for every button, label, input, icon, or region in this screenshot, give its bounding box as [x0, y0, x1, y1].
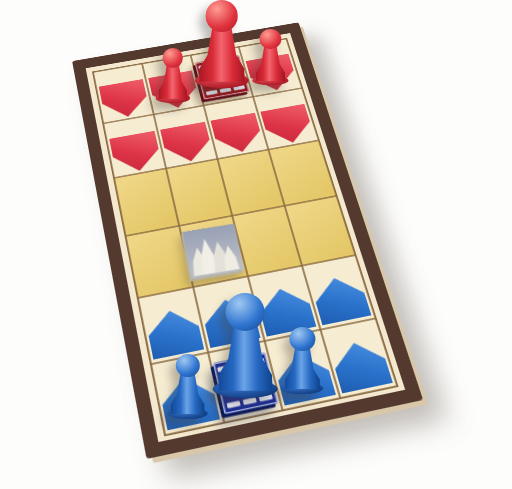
red-pawn[interactable] [253, 29, 288, 85]
red-pentagon-tile[interactable] [259, 103, 316, 147]
red-pentagon-tile[interactable] [108, 130, 163, 175]
blue-pentagon-tile[interactable] [328, 338, 394, 395]
red-pentagon-tile[interactable] [98, 78, 152, 121]
banner-mark [206, 90, 218, 96]
banner-mark [220, 87, 232, 93]
red-pawn[interactable] [156, 48, 190, 103]
blue-pentagon-tile[interactable] [144, 306, 206, 361]
blue-king-pawn[interactable] [213, 293, 278, 398]
red-king-pawn[interactable] [195, 0, 249, 88]
pawn-head [260, 29, 281, 49]
banner-mark [243, 397, 257, 405]
blue-pentagon-tile[interactable] [309, 273, 373, 326]
red-pentagon-tile[interactable] [159, 121, 215, 166]
pawn-head [206, 0, 239, 32]
pawn-head [175, 354, 199, 377]
pawn-head [226, 293, 265, 331]
red-pentagon-tile[interactable] [209, 112, 265, 156]
pawn-head [290, 327, 315, 351]
blue-pawn[interactable] [167, 354, 208, 419]
pawn-head [163, 48, 184, 68]
blue-pawn[interactable] [281, 327, 323, 394]
photo-stage [0, 0, 512, 489]
reference-card[interactable] [183, 224, 245, 279]
banner-mark [227, 401, 241, 409]
